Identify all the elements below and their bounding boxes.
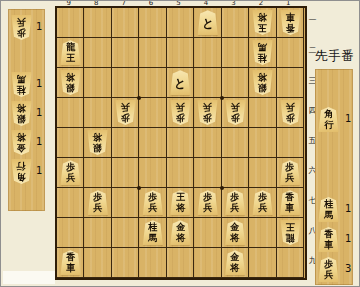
piece-kanji: 歩: [203, 113, 212, 124]
hand-piece-gote-銀将[interactable]: 銀将: [11, 101, 32, 126]
piece-kanji: 龍: [286, 233, 295, 244]
piece-kanji: 将: [258, 12, 267, 23]
cell-8一[interactable]: [84, 8, 111, 38]
piece-sente-5三[interactable]: と: [170, 70, 191, 95]
piece-kanji: 桂: [17, 85, 26, 96]
piece-kanji: 兵: [324, 270, 333, 281]
cell-9四[interactable]: [57, 98, 84, 128]
piece-sente-6八[interactable]: 桂馬: [142, 220, 163, 245]
piece-kanji: 車: [286, 12, 295, 23]
piece-kanji: 馬: [258, 42, 267, 53]
piece-kanji: 将: [93, 132, 102, 143]
cell-5一[interactable]: [167, 8, 194, 38]
piece-kanji: 銀: [93, 143, 102, 154]
cell-2四[interactable]: [249, 98, 276, 128]
hand-piece-sente-香車[interactable]: 香車: [318, 227, 339, 252]
cell-2五[interactable]: [249, 128, 276, 158]
hand-count: 1: [36, 136, 42, 147]
piece-sente-3九[interactable]: 金将: [225, 250, 246, 275]
piece-sente-4一[interactable]: と: [197, 10, 218, 35]
piece-kanji: 馬: [324, 210, 333, 221]
piece-kanji: 車: [324, 240, 333, 251]
piece-kanji: 兵: [203, 102, 212, 113]
piece-sente-5七[interactable]: 王将: [170, 190, 191, 215]
cell-9一[interactable]: [57, 8, 84, 38]
piece-kanji: 兵: [203, 203, 212, 214]
piece-sente-9二[interactable]: 龍王: [60, 40, 81, 65]
sente-captured-tray: 角行1桂馬1香車1歩兵3: [315, 69, 353, 285]
cell-5九[interactable]: [167, 248, 194, 278]
piece-kanji: 兵: [176, 102, 185, 113]
hand-piece-sente-歩兵[interactable]: 歩兵: [318, 257, 339, 282]
cell-1五[interactable]: [277, 128, 304, 158]
cell-6一[interactable]: [139, 8, 166, 38]
cell-5六[interactable]: [167, 158, 194, 188]
hand-piece-gote-桂馬[interactable]: 桂馬: [11, 72, 32, 97]
cell-7六[interactable]: [112, 158, 139, 188]
piece-kanji: 王: [66, 53, 75, 64]
cell-3二[interactable]: [222, 38, 249, 68]
cell-2九[interactable]: [249, 248, 276, 278]
piece-kanji: 歩: [17, 28, 26, 39]
cell-3一[interactable]: [222, 8, 249, 38]
piece-sente-3八[interactable]: 金将: [225, 220, 246, 245]
piece-kanji: 将: [231, 233, 240, 244]
rank-label-一: 一: [306, 6, 319, 36]
piece-kanji: と: [174, 76, 186, 90]
piece-kanji: 兵: [286, 173, 295, 184]
piece-sente-2七[interactable]: 歩兵: [252, 190, 273, 215]
piece-kanji: 兵: [286, 102, 295, 113]
piece-sente-6七[interactable]: 歩兵: [142, 190, 163, 215]
piece-sente-8七[interactable]: 歩兵: [87, 190, 108, 215]
piece-kanji: 兵: [93, 203, 102, 214]
piece-kanji: 将: [258, 72, 267, 83]
piece-kanji: 兵: [231, 102, 240, 113]
piece-kanji: 馬: [17, 74, 26, 85]
piece-kanji: 兵: [17, 17, 26, 28]
hand-count: 1: [36, 107, 42, 118]
piece-kanji: 行: [17, 161, 26, 172]
cell-7二[interactable]: [112, 38, 139, 68]
piece-kanji: 歩: [176, 113, 185, 124]
piece-kanji: 将: [66, 72, 75, 83]
hoshi-dot: [220, 186, 224, 190]
cell-3六[interactable]: [222, 158, 249, 188]
piece-sente-1六[interactable]: 歩兵: [280, 160, 301, 185]
cell-6三[interactable]: [139, 68, 166, 98]
panel-spacer: [3, 271, 55, 284]
cell-8二[interactable]: [84, 38, 111, 68]
cell-5五[interactable]: [167, 128, 194, 158]
piece-sente-3七[interactable]: 歩兵: [225, 190, 246, 215]
cell-9七[interactable]: [57, 188, 84, 218]
piece-kanji: 歩: [121, 113, 130, 124]
cell-8六[interactable]: [84, 158, 111, 188]
hand-piece-sente-角行[interactable]: 角行: [318, 107, 339, 132]
piece-kanji: 兵: [121, 102, 130, 113]
piece-kanji: 銀: [17, 114, 26, 125]
cell-4六[interactable]: [194, 158, 221, 188]
shogi-board[interactable]: 龍王銀将歩兵香車銀将歩兵歩兵歩兵桂馬と歩兵王将金将と歩兵歩兵歩兵歩兵金将金将玉将…: [55, 6, 307, 280]
piece-kanji: 車: [66, 263, 75, 274]
piece-sente-5八[interactable]: 金将: [170, 220, 191, 245]
hand-piece-gote-金将[interactable]: 金将: [11, 130, 32, 155]
cell-7一[interactable]: [112, 8, 139, 38]
piece-gote-2二[interactable]: 桂馬: [252, 40, 273, 65]
hand-count: 1: [345, 233, 351, 244]
gote-captured-tray: 歩兵1桂馬1銀将1金将1角行1: [8, 9, 45, 211]
cell-4八[interactable]: [194, 218, 221, 248]
hand-count: 1: [36, 21, 42, 32]
hoshi-dot: [220, 96, 224, 100]
piece-sente-9九[interactable]: 香車: [60, 250, 81, 275]
hand-count: 1: [36, 78, 42, 89]
cell-6九[interactable]: [139, 248, 166, 278]
cell-8四[interactable]: [84, 98, 111, 128]
piece-kanji: 兵: [66, 173, 75, 184]
cell-7三[interactable]: [112, 68, 139, 98]
cell-4三[interactable]: [194, 68, 221, 98]
cell-6四[interactable]: [139, 98, 166, 128]
piece-kanji: 銀: [258, 83, 267, 94]
piece-kanji: 歩: [231, 113, 240, 124]
piece-kanji: 歩: [286, 113, 295, 124]
piece-kanji: 香: [286, 23, 295, 34]
cell-8九[interactable]: [84, 248, 111, 278]
piece-kanji: 車: [286, 203, 295, 214]
piece-gote-9三[interactable]: 銀将: [60, 70, 81, 95]
piece-gote-2一[interactable]: 玉将: [252, 10, 273, 35]
piece-sente-1七[interactable]: 香車: [280, 190, 301, 215]
piece-kanji: 銀: [66, 83, 75, 94]
hand-count: 1: [345, 203, 351, 214]
piece-kanji: 行: [324, 120, 333, 131]
hand-count: 1: [345, 113, 351, 124]
cell-1三[interactable]: [277, 68, 304, 98]
cell-7七[interactable]: [112, 188, 139, 218]
cell-1九[interactable]: [277, 248, 304, 278]
cell-3五[interactable]: [222, 128, 249, 158]
hand-count: 1: [36, 165, 42, 176]
cell-7九[interactable]: [112, 248, 139, 278]
cell-9八[interactable]: [57, 218, 84, 248]
piece-gote-7四[interactable]: 歩兵: [115, 100, 136, 125]
cell-7五[interactable]: [112, 128, 139, 158]
piece-kanji: 玉: [258, 23, 267, 34]
cell-4九[interactable]: [194, 248, 221, 278]
cell-8八[interactable]: [84, 218, 111, 248]
piece-kanji: 将: [176, 233, 185, 244]
cell-5二[interactable]: [167, 38, 194, 68]
piece-kanji: 将: [176, 203, 185, 214]
piece-kanji: 兵: [148, 203, 157, 214]
cell-2六[interactable]: [249, 158, 276, 188]
piece-gote-2三[interactable]: 銀将: [252, 70, 273, 95]
hand-piece-sente-桂馬[interactable]: 桂馬: [318, 197, 339, 222]
hand-count: 3: [345, 263, 351, 274]
piece-kanji: 金: [17, 142, 26, 153]
cell-8三[interactable]: [84, 68, 111, 98]
cell-9五[interactable]: [57, 128, 84, 158]
piece-kanji: 兵: [231, 203, 240, 214]
shogi-app-window: 歩兵1桂馬1銀将1金将1角行1 987654321 一二三四五六七八九 龍王銀将…: [0, 0, 360, 287]
piece-kanji: 将: [231, 263, 240, 274]
piece-kanji: 将: [17, 132, 26, 143]
piece-kanji: と: [202, 16, 214, 30]
piece-kanji: 兵: [258, 203, 267, 214]
piece-kanji: 将: [17, 103, 26, 114]
hand-piece-gote-角行[interactable]: 角行: [11, 159, 32, 184]
cell-6六[interactable]: [139, 158, 166, 188]
piece-sente-9六[interactable]: 歩兵: [60, 160, 81, 185]
turn-indicator-label: 先手番: [315, 48, 360, 65]
piece-gote-5四[interactable]: 歩兵: [170, 100, 191, 125]
piece-kanji: 馬: [148, 233, 157, 244]
piece-sente-4七[interactable]: 歩兵: [197, 190, 218, 215]
piece-kanji: 桂: [258, 53, 267, 64]
cell-6二[interactable]: [139, 38, 166, 68]
piece-kanji: 角: [17, 171, 26, 182]
cell-7八[interactable]: [112, 218, 139, 248]
cell-3三[interactable]: [222, 68, 249, 98]
cell-6五[interactable]: [139, 128, 166, 158]
cell-1二[interactable]: [277, 38, 304, 68]
hand-piece-gote-歩兵[interactable]: 歩兵: [11, 15, 32, 40]
cell-2八[interactable]: [249, 218, 276, 248]
cell-4五[interactable]: [194, 128, 221, 158]
cell-4二[interactable]: [194, 38, 221, 68]
piece-kanji: 王: [286, 222, 295, 233]
